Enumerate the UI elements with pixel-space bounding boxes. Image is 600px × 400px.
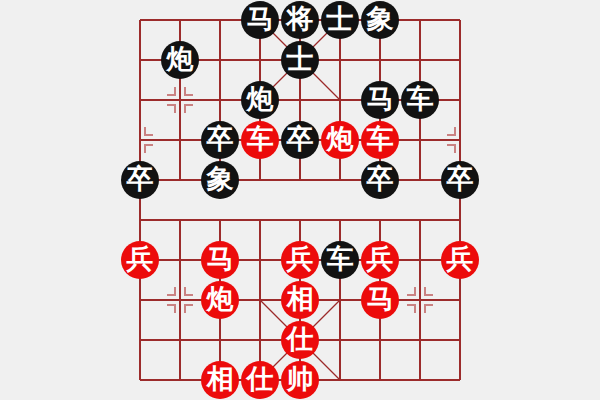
- piece-glyph: 相: [207, 366, 234, 393]
- piece-red-soldier[interactable]: 兵: [281, 241, 319, 279]
- piece-glyph: 车: [247, 126, 274, 153]
- piece-red-advisor[interactable]: 仕: [281, 321, 319, 359]
- piece-black-chariot[interactable]: 车: [401, 81, 439, 119]
- piece-red-chariot[interactable]: 车: [241, 121, 279, 159]
- piece-glyph: 马: [367, 286, 394, 313]
- piece-black-soldier[interactable]: 卒: [281, 121, 319, 159]
- piece-glyph: 车: [407, 86, 434, 113]
- piece-black-elephant[interactable]: 象: [201, 161, 239, 199]
- piece-glyph: 马: [367, 86, 394, 113]
- piece-glyph: 马: [247, 6, 274, 33]
- piece-red-horse[interactable]: 马: [201, 241, 239, 279]
- xiangqi-board[interactable]: 马将士象炮士炮马车卒车卒炮车卒象卒卒兵马兵车兵兵炮相马仕相仕帅: [120, 0, 480, 400]
- piece-glyph: 帅: [287, 366, 314, 393]
- piece-glyph: 卒: [447, 166, 474, 193]
- piece-glyph: 将: [287, 6, 314, 33]
- piece-red-elephant[interactable]: 相: [201, 361, 239, 399]
- piece-black-advisor[interactable]: 士: [321, 1, 359, 39]
- piece-black-cannon[interactable]: 炮: [161, 41, 199, 79]
- piece-red-soldier[interactable]: 兵: [441, 241, 479, 279]
- piece-glyph: 兵: [127, 246, 154, 273]
- piece-glyph: 车: [367, 126, 394, 153]
- piece-red-advisor[interactable]: 仕: [241, 361, 279, 399]
- piece-black-horse[interactable]: 马: [361, 81, 399, 119]
- piece-glyph: 象: [367, 6, 394, 33]
- piece-glyph: 卒: [207, 126, 234, 153]
- piece-glyph: 士: [327, 6, 354, 33]
- piece-red-horse[interactable]: 马: [361, 281, 399, 319]
- piece-red-chariot[interactable]: 车: [361, 121, 399, 159]
- piece-glyph: 车: [327, 246, 354, 273]
- piece-black-chariot[interactable]: 车: [321, 241, 359, 279]
- xiangqi-diagram: 马将士象炮士炮马车卒车卒炮车卒象卒卒兵马兵车兵兵炮相马仕相仕帅: [0, 0, 600, 400]
- piece-black-cannon[interactable]: 炮: [241, 81, 279, 119]
- piece-black-horse[interactable]: 马: [241, 1, 279, 39]
- piece-black-soldier[interactable]: 卒: [361, 161, 399, 199]
- piece-black-soldier[interactable]: 卒: [201, 121, 239, 159]
- piece-glyph: 马: [207, 246, 234, 273]
- piece-black-soldier[interactable]: 卒: [121, 161, 159, 199]
- piece-glyph: 卒: [367, 166, 394, 193]
- piece-glyph: 炮: [247, 86, 274, 113]
- piece-red-cannon[interactable]: 炮: [201, 281, 239, 319]
- piece-glyph: 兵: [287, 246, 314, 273]
- piece-black-general[interactable]: 将: [281, 1, 319, 39]
- piece-red-elephant[interactable]: 相: [281, 281, 319, 319]
- piece-glyph: 炮: [207, 286, 234, 313]
- piece-black-advisor[interactable]: 士: [281, 41, 319, 79]
- piece-black-soldier[interactable]: 卒: [441, 161, 479, 199]
- piece-glyph: 士: [287, 46, 314, 73]
- piece-glyph: 兵: [367, 246, 394, 273]
- piece-red-soldier[interactable]: 兵: [121, 241, 159, 279]
- piece-glyph: 相: [287, 286, 314, 313]
- piece-glyph: 炮: [327, 126, 354, 153]
- piece-glyph: 象: [207, 166, 234, 193]
- piece-red-soldier[interactable]: 兵: [361, 241, 399, 279]
- piece-glyph: 仕: [247, 366, 274, 393]
- piece-glyph: 卒: [287, 126, 314, 153]
- piece-red-general[interactable]: 帅: [281, 361, 319, 399]
- piece-glyph: 兵: [447, 246, 474, 273]
- piece-glyph: 卒: [127, 166, 154, 193]
- piece-glyph: 炮: [167, 46, 194, 73]
- piece-red-cannon[interactable]: 炮: [321, 121, 359, 159]
- piece-black-elephant[interactable]: 象: [361, 1, 399, 39]
- piece-glyph: 仕: [287, 326, 314, 353]
